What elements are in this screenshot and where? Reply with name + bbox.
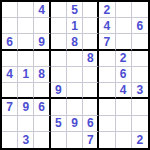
sudoku-cell-r8c3[interactable] [34,116,50,132]
sudoku-cell-r3c9[interactable] [132,34,148,50]
sudoku-cell-r9c1[interactable] [2,132,18,148]
sudoku-cell-r3c8[interactable] [116,34,132,50]
sudoku-cell-r2c6[interactable] [83,18,99,34]
sudoku-cell-r6c4[interactable]: 9 [51,83,67,99]
sudoku-board: 4521466987824186943796596372 [0,0,150,150]
sudoku-cell-r5c1[interactable]: 4 [2,67,18,83]
sudoku-cell-r7c8[interactable] [116,99,132,115]
sudoku-cell-r6c9[interactable]: 3 [132,83,148,99]
given-digit: 6 [137,20,144,32]
sudoku-cell-r5c6[interactable] [83,67,99,83]
sudoku-cell-r8c1[interactable] [2,116,18,132]
sudoku-cell-r9c8[interactable] [116,132,132,148]
sudoku-cell-r8c7[interactable] [99,116,115,132]
sudoku-cell-r4c1[interactable] [2,51,18,67]
sudoku-cell-r1c4[interactable] [51,2,67,18]
given-digit: 4 [6,68,13,80]
sudoku-cell-r7c4[interactable] [51,99,67,115]
sudoku-cell-r1c3[interactable]: 4 [34,2,50,18]
sudoku-cell-r4c6[interactable]: 8 [83,51,99,67]
given-digit: 3 [22,134,29,146]
sudoku-cell-r7c7[interactable] [99,99,115,115]
sudoku-cell-r9c5[interactable] [67,132,83,148]
sudoku-cell-r6c1[interactable] [2,83,18,99]
given-digit: 3 [137,84,144,96]
given-digit: 7 [87,134,94,146]
sudoku-cell-r2c4[interactable] [51,18,67,34]
sudoku-cell-r9c4[interactable] [51,132,67,148]
sudoku-cell-r1c8[interactable] [116,2,132,18]
given-digit: 4 [104,20,111,32]
sudoku-cell-r4c8[interactable]: 2 [116,51,132,67]
given-digit: 6 [38,101,45,113]
sudoku-cell-r5c5[interactable] [67,67,83,83]
sudoku-cell-r5c9[interactable] [132,67,148,83]
given-digit: 9 [55,84,62,96]
sudoku-cell-r3c1[interactable]: 6 [2,34,18,50]
sudoku-cell-r3c2[interactable] [18,34,34,50]
sudoku-cell-r8c2[interactable] [18,116,34,132]
given-digit: 2 [104,4,111,16]
given-digit: 2 [120,52,127,64]
sudoku-cell-r7c2[interactable]: 9 [18,99,34,115]
given-digit: 2 [137,134,144,146]
sudoku-cell-r3c5[interactable]: 8 [67,34,83,50]
sudoku-cell-r5c8[interactable]: 6 [116,67,132,83]
sudoku-cell-r1c2[interactable] [18,2,34,18]
sudoku-cell-r5c4[interactable] [51,67,67,83]
given-digit: 1 [71,20,78,32]
given-digit: 7 [6,101,13,113]
sudoku-cell-r9c6[interactable]: 7 [83,132,99,148]
sudoku-cell-r8c9[interactable] [132,116,148,132]
given-digit: 8 [87,52,94,64]
sudoku-cell-r5c2[interactable]: 1 [18,67,34,83]
given-digit: 7 [104,36,111,48]
sudoku-cell-r8c5[interactable]: 9 [67,116,83,132]
sudoku-cell-r3c4[interactable] [51,34,67,50]
sudoku-cell-r6c5[interactable] [67,83,83,99]
sudoku-cell-r8c8[interactable] [116,116,132,132]
sudoku-cell-r4c9[interactable] [132,51,148,67]
sudoku-cell-r4c3[interactable] [34,51,50,67]
sudoku-cell-r2c2[interactable] [18,18,34,34]
sudoku-cell-r2c9[interactable]: 6 [132,18,148,34]
sudoku-cell-r6c3[interactable] [34,83,50,99]
sudoku-cell-r6c6[interactable] [83,83,99,99]
given-digit: 4 [120,84,127,96]
given-digit: 6 [6,36,13,48]
sudoku-cell-r6c7[interactable] [99,83,115,99]
sudoku-cell-r2c7[interactable]: 4 [99,18,115,34]
sudoku-cell-r4c5[interactable] [67,51,83,67]
sudoku-cell-r2c5[interactable]: 1 [67,18,83,34]
sudoku-cell-r7c1[interactable]: 7 [2,99,18,115]
sudoku-cell-r1c7[interactable]: 2 [99,2,115,18]
sudoku-cell-r5c3[interactable]: 8 [34,67,50,83]
sudoku-cell-r1c9[interactable] [132,2,148,18]
given-digit: 1 [22,68,29,80]
sudoku-cell-r4c7[interactable] [99,51,115,67]
sudoku-cell-r8c4[interactable]: 5 [51,116,67,132]
given-digit: 5 [71,4,78,16]
sudoku-cell-r2c8[interactable] [116,18,132,34]
sudoku-cell-r7c9[interactable] [132,99,148,115]
sudoku-cell-r3c7[interactable]: 7 [99,34,115,50]
sudoku-cell-r2c1[interactable] [2,18,18,34]
sudoku-cell-r9c3[interactable] [34,132,50,148]
sudoku-cell-r1c1[interactable] [2,2,18,18]
given-digit: 6 [87,117,94,129]
sudoku-cell-r2c3[interactable] [34,18,50,34]
sudoku-cell-r6c2[interactable] [18,83,34,99]
sudoku-cell-r9c7[interactable] [99,132,115,148]
sudoku-cell-r5c7[interactable] [99,67,115,83]
given-digit: 8 [38,68,45,80]
sudoku-cell-r1c5[interactable]: 5 [67,2,83,18]
sudoku-cell-r3c3[interactable]: 9 [34,34,50,50]
sudoku-cell-r6c8[interactable]: 4 [116,83,132,99]
sudoku-cell-r9c2[interactable]: 3 [18,132,34,148]
sudoku-cell-r9c9[interactable]: 2 [132,132,148,148]
given-digit: 6 [120,68,127,80]
sudoku-cell-r8c6[interactable]: 6 [83,116,99,132]
sudoku-cell-r1c6[interactable] [83,2,99,18]
given-digit: 9 [71,117,78,129]
given-digit: 9 [38,36,45,48]
sudoku-cell-r4c4[interactable] [51,51,67,67]
sudoku-cell-r4c2[interactable] [18,51,34,67]
sudoku-cell-r3c6[interactable] [83,34,99,50]
sudoku-cell-r7c3[interactable]: 6 [34,99,50,115]
given-digit: 9 [22,101,29,113]
sudoku-cell-r7c6[interactable] [83,99,99,115]
given-digit: 5 [55,117,62,129]
sudoku-cell-r7c5[interactable] [67,99,83,115]
given-digit: 8 [71,36,78,48]
given-digit: 4 [38,4,45,16]
